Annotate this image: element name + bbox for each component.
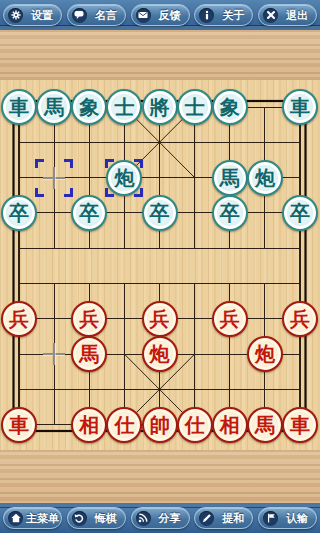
piece-red-soldier[interactable]: 兵 [212,301,248,337]
piece-black-general[interactable]: 將 [142,89,178,125]
piece-red-soldier[interactable]: 兵 [142,301,178,337]
piece-red-general[interactable]: 帥 [142,407,178,443]
piece-black-soldier[interactable]: 卒 [71,195,107,231]
offer-draw-button-label: 提和 [217,511,249,526]
feedback-button[interactable]: 反馈 [131,4,190,26]
piece-red-horse[interactable]: 馬 [247,407,283,443]
close-icon [263,8,278,23]
piece-red-chariot[interactable]: 車 [1,407,37,443]
piece-red-cannon[interactable]: 炮 [142,336,178,372]
piece-black-chariot[interactable]: 車 [1,89,37,125]
settings-button[interactable]: 设置 [3,4,62,26]
about-button[interactable]: 关于 [194,4,253,26]
undo-move-button[interactable]: 悔棋 [67,507,126,529]
piece-black-soldier[interactable]: 卒 [282,195,318,231]
wood-margin-bottom [0,450,320,503]
piece-black-soldier[interactable]: 卒 [1,195,37,231]
piece-red-elephant[interactable]: 相 [212,407,248,443]
xiangqi-app-screen: 设置 名言 反馈 关于 退出 [0,0,320,533]
exit-button[interactable]: 退出 [258,4,317,26]
piece-black-advisor[interactable]: 士 [177,89,213,125]
piece-black-soldier[interactable]: 卒 [212,195,248,231]
piece-red-soldier[interactable]: 兵 [282,301,318,337]
piece-red-advisor[interactable]: 仕 [177,407,213,443]
speech-bubble-icon [72,8,87,23]
about-button-label: 关于 [217,8,249,23]
piece-black-elephant[interactable]: 象 [212,89,248,125]
bottom-bar: 主菜单 悔棋 分享 提和 认输 [0,503,320,533]
share-button[interactable]: 分享 [131,507,190,529]
piece-red-chariot[interactable]: 車 [282,407,318,443]
main-menu-button-label: 主菜单 [26,511,59,526]
home-icon [8,511,23,526]
exit-button-label: 退出 [281,8,313,23]
piece-red-soldier[interactable]: 兵 [71,301,107,337]
gear-icon [8,8,23,23]
offer-draw-button[interactable]: 提和 [194,507,253,529]
undo-move-button-label: 悔棋 [90,511,122,526]
piece-red-elephant[interactable]: 相 [71,407,107,443]
piece-black-horse[interactable]: 馬 [36,89,72,125]
quotes-button[interactable]: 名言 [67,4,126,26]
flag-icon [263,511,278,526]
piece-black-cannon[interactable]: 炮 [247,160,283,196]
top-bar: 设置 名言 反馈 关于 退出 [0,0,320,30]
resign-button-label: 认输 [281,511,313,526]
piece-black-elephant[interactable]: 象 [71,89,107,125]
share-button-label: 分享 [154,511,186,526]
undo-icon [72,511,87,526]
envelope-icon [136,8,151,23]
piece-red-advisor[interactable]: 仕 [106,407,142,443]
main-menu-button[interactable]: 主菜单 [3,507,62,529]
info-icon [199,8,214,23]
piece-red-cannon[interactable]: 炮 [247,336,283,372]
piece-black-chariot[interactable]: 車 [282,89,318,125]
board[interactable] [0,80,320,450]
piece-red-soldier[interactable]: 兵 [1,301,37,337]
piece-black-soldier[interactable]: 卒 [142,195,178,231]
piece-black-cannon[interactable]: 炮 [106,160,142,196]
resign-button[interactable]: 认输 [258,507,317,529]
wood-margin-top [0,30,320,80]
piece-black-horse[interactable]: 馬 [212,160,248,196]
pencil-icon [199,511,214,526]
settings-button-label: 设置 [26,8,58,23]
quotes-button-label: 名言 [90,8,122,23]
feedback-button-label: 反馈 [154,8,186,23]
share-icon [136,511,151,526]
